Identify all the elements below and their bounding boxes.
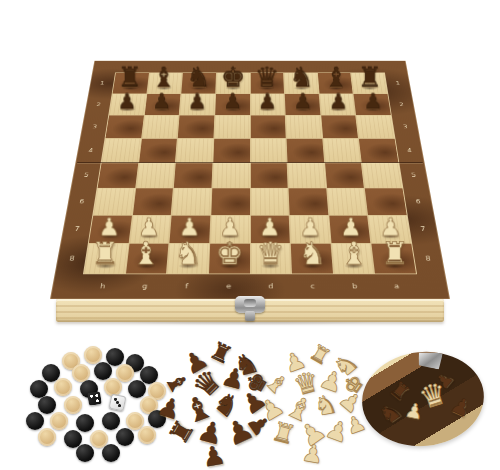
square-h2: ♟ (109, 94, 146, 115)
rank-label-right-1: 1 (395, 81, 400, 85)
rank-label-right-3: 3 (403, 124, 408, 129)
square-f2: ♟ (180, 94, 215, 115)
die-black-icon (87, 391, 102, 406)
piece-light-bishop: ♝ (340, 238, 368, 269)
file-label-g: g (142, 283, 148, 290)
checker-black (116, 428, 134, 446)
piece-dark-pawn: ♟ (328, 90, 347, 111)
piece-light-rook: ♜ (381, 238, 409, 269)
file-label-f: f (185, 283, 188, 290)
square-d6 (250, 188, 288, 214)
checker-natural (64, 396, 82, 414)
square-h3 (106, 116, 144, 138)
file-label-d: d (268, 283, 273, 290)
checker-black (128, 380, 146, 398)
file-label-b: b (352, 283, 358, 290)
checker-natural (54, 378, 72, 396)
file-label-e: e (226, 283, 231, 290)
checker-black (76, 414, 94, 432)
square-a5 (362, 163, 402, 188)
rank-label-left-7: 7 (74, 226, 80, 232)
square-d2: ♟ (250, 94, 284, 115)
rank-label-left-3: 3 (92, 124, 97, 129)
pile-piece-light: ♟ (300, 440, 325, 467)
light-chess-pieces-pile: ♟♜♞♝♛♟♚♟♝♞♟♜♟♟♟♟ (254, 340, 364, 458)
checker-natural (50, 412, 68, 430)
file-label-h: h (100, 283, 106, 290)
piece-dark-knight: ♞ (186, 63, 211, 90)
piece-light-knight: ♞ (298, 238, 326, 269)
square-e3 (214, 116, 249, 138)
square-e4 (213, 139, 249, 163)
square-a2: ♟ (354, 94, 391, 115)
die-white-icon (109, 394, 127, 412)
rank-label-left-8: 8 (69, 255, 75, 261)
dark-chess-pieces-pile: ♟♜♞♝♛♟♚♟♝♞♟♜♟♟♟♟ (150, 335, 270, 465)
piece-dark-rook: ♜ (358, 63, 383, 90)
square-b8: ♝ (331, 244, 374, 274)
square-c6 (289, 188, 328, 214)
piece-dark-rook: ♜ (118, 63, 143, 90)
square-g8: ♝ (126, 244, 169, 274)
square-d4 (250, 139, 286, 163)
checker-black (38, 396, 56, 414)
rank-label-left-5: 5 (84, 172, 89, 177)
piece-light-knight: ♞ (174, 238, 202, 269)
checker-black (102, 412, 120, 430)
piece-dark-pawn: ♟ (364, 90, 383, 111)
file-label-c: c (310, 283, 315, 290)
square-b3 (321, 116, 358, 138)
square-h5 (98, 163, 138, 188)
piece-dark-bishop: ♝ (152, 63, 177, 90)
square-a8: ♜ (372, 244, 416, 274)
board-grid: ♜♝♞♚♛♞♝♜♟♟♟♟♟♟♟♟♟♟♟♟♟♟♟♟♜♝♞♚♛♞♝♜ (84, 73, 416, 274)
square-e8: ♚ (209, 244, 250, 274)
square-c3 (286, 116, 322, 138)
square-d5 (250, 163, 287, 188)
square-c2: ♟ (285, 94, 320, 115)
checker-black (26, 412, 44, 430)
checker-black (76, 444, 94, 462)
square-g6 (133, 188, 173, 214)
checkers-pieces-pile (22, 340, 167, 462)
piece-light-queen: ♛ (257, 238, 285, 269)
board-frame: ♜♝♞♚♛♞♝♜♟♟♟♟♟♟♟♟♟♟♟♟♟♟♟♟♜♝♞♚♛♞♝♜ 1234567… (50, 61, 450, 299)
piece-dark-knight: ♞ (289, 63, 314, 90)
metal-clasp-icon (235, 296, 265, 313)
checker-black (102, 444, 120, 462)
square-b5 (325, 163, 364, 188)
square-b2: ♟ (319, 94, 355, 115)
piece-light-rook: ♜ (91, 238, 119, 269)
product-photo: ♜♝♞♚♛♞♝♜♟♟♟♟♟♟♟♟♟♟♟♟♟♟♟♟♜♝♞♚♛♞♝♜ 1234567… (0, 0, 500, 470)
pile-piece-light: ♜ (269, 417, 298, 448)
square-e2: ♟ (215, 94, 249, 115)
piece-dark-king: ♚ (221, 63, 246, 90)
piece-dark-queen: ♛ (255, 63, 280, 90)
box-front-edge (56, 299, 444, 322)
square-a4 (359, 139, 398, 163)
piece-dark-pawn: ♟ (293, 90, 312, 111)
rank-label-left-1: 1 (100, 81, 105, 85)
piece-dark-pawn: ♟ (188, 90, 207, 111)
square-g2: ♟ (144, 94, 180, 115)
square-e5 (212, 163, 249, 188)
piece-dark-pawn: ♟ (152, 90, 171, 111)
square-g4 (139, 139, 177, 163)
clasp-tab (245, 311, 255, 321)
square-c4 (287, 139, 324, 163)
pile-piece-dark: ♟ (200, 441, 227, 470)
storage-box-interior: ♛♟♞♟♜♟ (357, 346, 488, 452)
rank-label-left-4: 4 (88, 148, 93, 153)
piece-light-bishop: ♝ (132, 238, 160, 269)
checker-natural (84, 346, 102, 364)
square-b4 (323, 139, 361, 163)
square-f4 (176, 139, 213, 163)
square-f5 (174, 163, 212, 188)
rank-label-left-6: 6 (79, 198, 85, 204)
piece-dark-pawn: ♟ (258, 90, 277, 111)
square-f3 (178, 116, 214, 138)
rank-label-right-5: 5 (411, 172, 416, 177)
square-a6 (365, 188, 407, 214)
stored-piece-dark: ♟ (447, 393, 474, 421)
square-h8: ♜ (84, 244, 128, 274)
rank-label-right-4: 4 (407, 148, 412, 153)
rank-label-right-6: 6 (415, 198, 421, 204)
square-h4 (102, 139, 141, 163)
checker-black (94, 362, 112, 380)
chess-board-photo: ♜♝♞♚♛♞♝♜♟♟♟♟♟♟♟♟♟♟♟♟♟♟♟♟♜♝♞♚♛♞♝♜ 1234567… (50, 0, 450, 330)
rank-label-right-2: 2 (399, 102, 404, 107)
square-f8: ♞ (167, 244, 209, 274)
stored-piece-light: ♟ (403, 399, 425, 422)
square-c8: ♞ (291, 244, 333, 274)
rank-label-right-8: 8 (425, 255, 431, 261)
square-h6 (93, 188, 135, 214)
square-b6 (327, 188, 367, 214)
piece-light-king: ♚ (215, 238, 243, 269)
square-d3 (250, 116, 285, 138)
square-g5 (136, 163, 175, 188)
rank-label-right-7: 7 (420, 226, 426, 232)
metal-latch-icon (417, 349, 443, 369)
square-a3 (356, 116, 394, 138)
square-d8: ♛ (250, 244, 291, 274)
square-g3 (142, 116, 179, 138)
checker-natural (38, 428, 56, 446)
square-e6 (211, 188, 249, 214)
rank-label-left-2: 2 (96, 102, 101, 107)
file-label-a: a (394, 283, 400, 290)
piece-dark-bishop: ♝ (324, 63, 349, 90)
square-c5 (288, 163, 326, 188)
piece-dark-pawn: ♟ (117, 90, 136, 111)
piece-dark-pawn: ♟ (223, 90, 242, 111)
chess-board: ♜♝♞♚♛♞♝♜♟♟♟♟♟♟♟♟♟♟♟♟♟♟♟♟♜♝♞♚♛♞♝♜ 1234567… (50, 61, 450, 299)
square-f6 (172, 188, 211, 214)
